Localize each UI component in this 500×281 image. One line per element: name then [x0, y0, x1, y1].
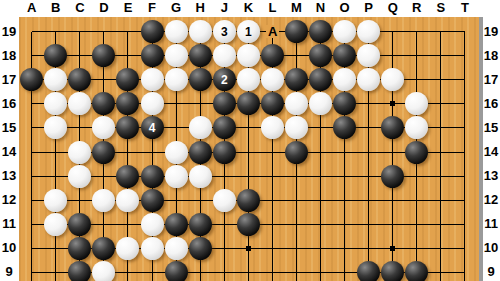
coord-top-A: A — [22, 1, 42, 15]
star-point-K10 — [246, 246, 251, 251]
stone-white-G17[interactable] — [165, 68, 188, 91]
stone-white-D9[interactable] — [92, 261, 115, 281]
coord-left-12: 12 — [0, 193, 19, 207]
stone-white-J19[interactable]: 3 — [213, 20, 236, 43]
coord-left-18: 18 — [0, 49, 19, 63]
stone-black-J14[interactable] — [213, 141, 236, 164]
coord-left-16: 16 — [0, 97, 19, 111]
coord-top-J: J — [214, 1, 234, 15]
coord-left-14: 14 — [0, 145, 19, 159]
stone-white-H13[interactable] — [189, 165, 212, 188]
stone-black-P9[interactable] — [357, 261, 380, 281]
coord-right-13: 13 — [481, 169, 500, 183]
stone-black-G9[interactable] — [165, 261, 188, 281]
coord-right-17: 17 — [481, 73, 500, 87]
stone-black-L18[interactable] — [261, 44, 284, 67]
stone-black-K11[interactable] — [237, 213, 260, 236]
stone-black-K12[interactable] — [237, 189, 260, 212]
stone-white-G19[interactable] — [165, 20, 188, 43]
coord-left-11: 11 — [0, 217, 19, 231]
coord-right-16: 16 — [481, 97, 500, 111]
stone-white-K19[interactable]: 1 — [237, 20, 260, 43]
move-number-2: 2 — [221, 74, 228, 86]
stone-black-H17[interactable] — [189, 68, 212, 91]
stone-white-F17[interactable] — [141, 68, 164, 91]
coord-top-P: P — [359, 1, 379, 15]
point-label-A-L19[interactable]: A — [266, 25, 279, 38]
stone-black-Q13[interactable] — [381, 165, 404, 188]
coord-top-L: L — [262, 1, 282, 15]
coord-top-C: C — [70, 1, 90, 15]
stone-white-F10[interactable] — [141, 237, 164, 260]
stone-black-G11[interactable] — [165, 213, 188, 236]
coord-right-18: 18 — [481, 49, 500, 63]
stone-black-F18[interactable] — [141, 44, 164, 67]
stone-black-F15[interactable]: 4 — [141, 116, 164, 139]
stone-white-J18[interactable] — [213, 44, 236, 67]
stone-white-F16[interactable] — [141, 92, 164, 115]
stone-black-E13[interactable] — [116, 165, 139, 188]
go-board-diagram: 3124AABCDEFGHJKLMNOPQRST1918171615141312… — [0, 0, 500, 281]
coord-top-E: E — [118, 1, 138, 15]
stone-black-F12[interactable] — [141, 189, 164, 212]
coord-right-10: 10 — [481, 241, 500, 255]
coord-right-9: 9 — [481, 265, 500, 279]
coord-top-F: F — [142, 1, 162, 15]
coord-top-B: B — [46, 1, 66, 15]
stone-white-J12[interactable] — [213, 189, 236, 212]
coord-top-H: H — [190, 1, 210, 15]
stone-black-R14[interactable] — [405, 141, 428, 164]
stone-black-D14[interactable] — [92, 141, 115, 164]
coord-left-10: 10 — [0, 241, 19, 255]
coord-right-15: 15 — [481, 121, 500, 135]
coord-left-17: 17 — [0, 73, 19, 87]
coord-top-O: O — [335, 1, 355, 15]
stone-white-D12[interactable] — [92, 189, 115, 212]
stone-white-G13[interactable] — [165, 165, 188, 188]
stone-white-H19[interactable] — [189, 20, 212, 43]
coord-top-D: D — [94, 1, 114, 15]
coord-right-12: 12 — [481, 193, 500, 207]
coord-right-14: 14 — [481, 145, 500, 159]
coord-top-K: K — [238, 1, 258, 15]
coord-right-11: 11 — [481, 217, 500, 231]
coord-top-M: M — [286, 1, 306, 15]
stone-white-F11[interactable] — [141, 213, 164, 236]
coord-left-13: 13 — [0, 169, 19, 183]
move-number-3: 3 — [221, 26, 228, 38]
coord-top-T: T — [455, 1, 475, 15]
stone-white-K17[interactable] — [237, 68, 260, 91]
coord-top-R: R — [407, 1, 427, 15]
stone-black-M14[interactable] — [285, 141, 308, 164]
stone-white-C14[interactable] — [68, 141, 91, 164]
stone-black-F13[interactable] — [141, 165, 164, 188]
move-number-1: 1 — [245, 26, 252, 38]
stone-white-G10[interactable] — [165, 237, 188, 260]
coord-top-G: G — [166, 1, 186, 15]
star-point-Q10 — [390, 246, 395, 251]
stone-black-J16[interactable] — [213, 92, 236, 115]
stone-white-B12[interactable] — [44, 189, 67, 212]
stone-black-R9[interactable] — [405, 261, 428, 281]
stone-black-H11[interactable] — [189, 213, 212, 236]
star-point-Q16 — [390, 101, 395, 106]
stone-white-G14[interactable] — [165, 141, 188, 164]
coord-left-19: 19 — [0, 25, 19, 39]
stone-white-B11[interactable] — [44, 213, 67, 236]
stone-black-C11[interactable] — [68, 213, 91, 236]
stone-black-M19[interactable] — [285, 20, 308, 43]
stone-white-G18[interactable] — [165, 44, 188, 67]
stone-black-F19[interactable] — [141, 20, 164, 43]
stone-white-K18[interactable] — [237, 44, 260, 67]
coord-top-Q: Q — [383, 1, 403, 15]
move-number-4: 4 — [149, 122, 156, 134]
stone-black-Q9[interactable] — [381, 261, 404, 281]
stone-white-C13[interactable] — [68, 165, 91, 188]
coord-right-19: 19 — [481, 25, 500, 39]
stone-black-H14[interactable] — [189, 141, 212, 164]
coord-top-N: N — [311, 1, 331, 15]
coord-left-9: 9 — [0, 265, 19, 279]
coord-top-S: S — [431, 1, 451, 15]
stone-black-C9[interactable] — [68, 261, 91, 281]
stone-black-H18[interactable] — [189, 44, 212, 67]
coord-left-15: 15 — [0, 121, 19, 135]
stone-black-C10[interactable] — [68, 237, 91, 260]
stone-black-J17[interactable]: 2 — [213, 68, 236, 91]
stone-black-H10[interactable] — [189, 237, 212, 260]
